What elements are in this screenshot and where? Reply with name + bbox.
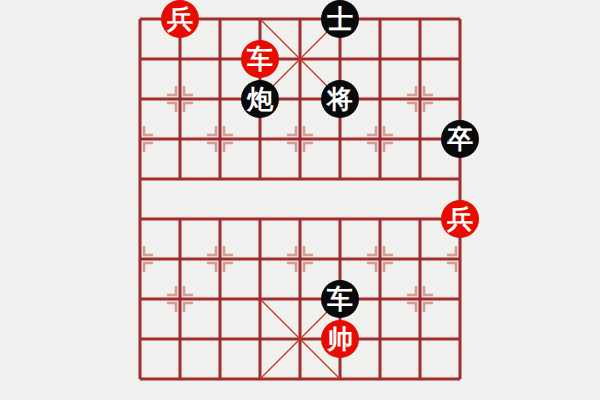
board-point-c7-r7[interactable]: [400, 279, 440, 319]
board-point-c3-r2[interactable]: 炮: [240, 79, 280, 119]
board-point-c1-r9[interactable]: [160, 359, 200, 399]
board-point-c0-r7[interactable]: [120, 279, 160, 319]
board-point-c2-r4[interactable]: [200, 159, 240, 199]
board-point-c4-r8[interactable]: [280, 319, 320, 359]
board-point-c1-r2[interactable]: [160, 79, 200, 119]
black-cannon-piece[interactable]: 炮: [241, 80, 279, 118]
board-point-c4-r6[interactable]: [280, 239, 320, 279]
board-point-c0-r6[interactable]: [120, 239, 160, 279]
board-point-c5-r6[interactable]: [320, 239, 360, 279]
red-soldier-1-piece[interactable]: 兵: [161, 0, 199, 38]
board-point-c2-r8[interactable]: [200, 319, 240, 359]
black-general-piece[interactable]: 将: [321, 80, 359, 118]
board-point-c7-r5[interactable]: [400, 199, 440, 239]
board-point-c5-r1[interactable]: [320, 39, 360, 79]
board-point-c4-r2[interactable]: [280, 79, 320, 119]
board-point-c4-r4[interactable]: [280, 159, 320, 199]
board-point-c2-r6[interactable]: [200, 239, 240, 279]
board-point-c2-r3[interactable]: [200, 119, 240, 159]
board-point-c5-r2[interactable]: 将: [320, 79, 360, 119]
board-point-c5-r4[interactable]: [320, 159, 360, 199]
board-point-c5-r3[interactable]: [320, 119, 360, 159]
board-point-c6-r3[interactable]: [360, 119, 400, 159]
board-point-c1-r4[interactable]: [160, 159, 200, 199]
board-point-c0-r3[interactable]: [120, 119, 160, 159]
board-point-c8-r7[interactable]: [440, 279, 480, 319]
red-chariot-piece[interactable]: 车: [241, 40, 279, 78]
xiangqi-app: 兵士车炮将卒兵车帅: [0, 0, 600, 400]
board-point-c7-r9[interactable]: [400, 359, 440, 399]
black-chariot-piece[interactable]: 车: [321, 280, 359, 318]
board-point-c4-r5[interactable]: [280, 199, 320, 239]
board-point-c2-r7[interactable]: [200, 279, 240, 319]
board-point-c0-r0[interactable]: [120, 0, 160, 39]
board-point-c4-r3[interactable]: [280, 119, 320, 159]
board-point-c4-r1[interactable]: [280, 39, 320, 79]
black-soldier-piece[interactable]: 卒: [441, 120, 479, 158]
board-point-c1-r7[interactable]: [160, 279, 200, 319]
board-point-c7-r0[interactable]: [400, 0, 440, 39]
board-point-c7-r2[interactable]: [400, 79, 440, 119]
board-point-c0-r2[interactable]: [120, 79, 160, 119]
board-point-c2-r2[interactable]: [200, 79, 240, 119]
board-point-c0-r1[interactable]: [120, 39, 160, 79]
board-point-c3-r6[interactable]: [240, 239, 280, 279]
board-point-c3-r5[interactable]: [240, 199, 280, 239]
board-point-c7-r8[interactable]: [400, 319, 440, 359]
board-point-c5-r7[interactable]: 车: [320, 279, 360, 319]
board-point-c6-r5[interactable]: [360, 199, 400, 239]
board-point-c0-r9[interactable]: [120, 359, 160, 399]
red-general-piece[interactable]: 帅: [321, 320, 359, 358]
board-point-c7-r3[interactable]: [400, 119, 440, 159]
board-point-c1-r6[interactable]: [160, 239, 200, 279]
board-point-c7-r4[interactable]: [400, 159, 440, 199]
board-point-c4-r9[interactable]: [280, 359, 320, 399]
board-point-c6-r7[interactable]: [360, 279, 400, 319]
board-point-c6-r1[interactable]: [360, 39, 400, 79]
board-point-c5-r8[interactable]: 帅: [320, 319, 360, 359]
board-point-c6-r8[interactable]: [360, 319, 400, 359]
board-point-c5-r0[interactable]: 士: [320, 0, 360, 39]
board-point-c2-r9[interactable]: [200, 359, 240, 399]
xiangqi-board: 兵士车炮将卒兵车帅: [120, 0, 480, 399]
board-point-c1-r8[interactable]: [160, 319, 200, 359]
black-advisor-piece[interactable]: 士: [321, 0, 359, 38]
board-point-c4-r7[interactable]: [280, 279, 320, 319]
board-point-c1-r5[interactable]: [160, 199, 200, 239]
board-point-c5-r9[interactable]: [320, 359, 360, 399]
board-point-c2-r0[interactable]: [200, 0, 240, 39]
board-point-c8-r2[interactable]: [440, 79, 480, 119]
board-point-c8-r3[interactable]: 卒: [440, 119, 480, 159]
board-point-c6-r9[interactable]: [360, 359, 400, 399]
board-point-c1-r1[interactable]: [160, 39, 200, 79]
board-point-c3-r0[interactable]: [240, 0, 280, 39]
board-point-c6-r2[interactable]: [360, 79, 400, 119]
board-point-c8-r1[interactable]: [440, 39, 480, 79]
red-soldier-2-piece[interactable]: 兵: [441, 200, 479, 238]
board-point-c7-r6[interactable]: [400, 239, 440, 279]
board-point-c7-r1[interactable]: [400, 39, 440, 79]
board-point-c6-r6[interactable]: [360, 239, 400, 279]
board-point-c0-r8[interactable]: [120, 319, 160, 359]
board-point-c5-r5[interactable]: [320, 199, 360, 239]
board-point-c3-r4[interactable]: [240, 159, 280, 199]
board-point-c8-r5[interactable]: 兵: [440, 199, 480, 239]
board-point-c3-r1[interactable]: 车: [240, 39, 280, 79]
board-point-c8-r6[interactable]: [440, 239, 480, 279]
board-point-c3-r9[interactable]: [240, 359, 280, 399]
board-point-c8-r0[interactable]: [440, 0, 480, 39]
board-point-c2-r1[interactable]: [200, 39, 240, 79]
board-point-c3-r3[interactable]: [240, 119, 280, 159]
board-point-c6-r4[interactable]: [360, 159, 400, 199]
board-point-c8-r4[interactable]: [440, 159, 480, 199]
board-point-c4-r0[interactable]: [280, 0, 320, 39]
board-point-c8-r8[interactable]: [440, 319, 480, 359]
board-point-c2-r5[interactable]: [200, 199, 240, 239]
board-point-c1-r0[interactable]: 兵: [160, 0, 200, 39]
board-point-c1-r3[interactable]: [160, 119, 200, 159]
board-point-c0-r4[interactable]: [120, 159, 160, 199]
board-point-c0-r5[interactable]: [120, 199, 160, 239]
board-point-c3-r7[interactable]: [240, 279, 280, 319]
board-point-c6-r0[interactable]: [360, 0, 400, 39]
board-point-c3-r8[interactable]: [240, 319, 280, 359]
board-point-c8-r9[interactable]: [440, 359, 480, 399]
